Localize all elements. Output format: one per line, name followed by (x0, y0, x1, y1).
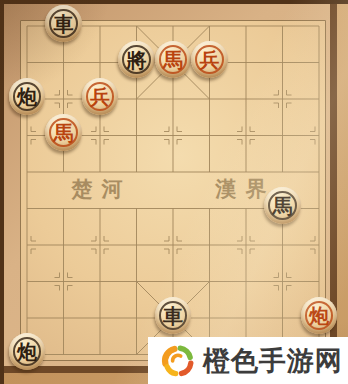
piece-glyph: 馬 (54, 123, 74, 143)
horse-disc: 馬 (155, 41, 192, 78)
piece-glyph: 炮 (309, 306, 329, 326)
chariot-disc: 車 (45, 5, 82, 42)
piece-black-chariot[interactable]: 車 (45, 8, 82, 45)
piece-black-cannon[interactable]: 炮 (9, 336, 46, 373)
watermark-logo-icon (160, 343, 196, 379)
horse-disc: 馬 (264, 187, 301, 224)
piece-red-horse[interactable]: 馬 (45, 117, 82, 154)
piece-glyph: 兵 (90, 87, 110, 107)
piece-glyph: 將 (127, 50, 147, 70)
piece-black-chariot[interactable]: 車 (155, 300, 192, 337)
chariot-disc: 車 (155, 297, 192, 334)
piece-red-horse[interactable]: 馬 (155, 44, 192, 81)
xiangqi-board: 楚河 漢界 車將馬兵炮兵馬馬車炮炮 橙色手游网 (0, 0, 348, 384)
piece-glyph: 馬 (163, 50, 183, 70)
cannon-disc: 炮 (9, 333, 46, 370)
piece-black-general[interactable]: 將 (118, 44, 155, 81)
piece-black-cannon[interactable]: 炮 (9, 81, 46, 118)
watermark-text: 橙色手游网 (203, 343, 343, 379)
soldier-disc: 兵 (191, 41, 228, 78)
piece-glyph: 炮 (17, 87, 37, 107)
piece-red-cannon[interactable]: 炮 (301, 300, 338, 337)
watermark-banner: 橙色手游网 (148, 337, 348, 384)
piece-glyph: 車 (54, 14, 74, 34)
cannon-disc: 炮 (301, 297, 338, 334)
piece-glyph: 兵 (200, 50, 220, 70)
piece-glyph: 車 (163, 306, 183, 326)
pieces-grid: 車將馬兵炮兵馬馬車炮炮 (9, 8, 338, 373)
piece-red-soldier[interactable]: 兵 (191, 44, 228, 81)
cannon-disc: 炮 (9, 78, 46, 115)
soldier-disc: 兵 (82, 78, 119, 115)
horse-disc: 馬 (45, 114, 82, 151)
piece-black-horse[interactable]: 馬 (264, 190, 301, 227)
piece-glyph: 馬 (273, 196, 293, 216)
general-disc: 將 (118, 41, 155, 78)
piece-glyph: 炮 (17, 342, 37, 362)
piece-red-soldier[interactable]: 兵 (82, 81, 119, 118)
